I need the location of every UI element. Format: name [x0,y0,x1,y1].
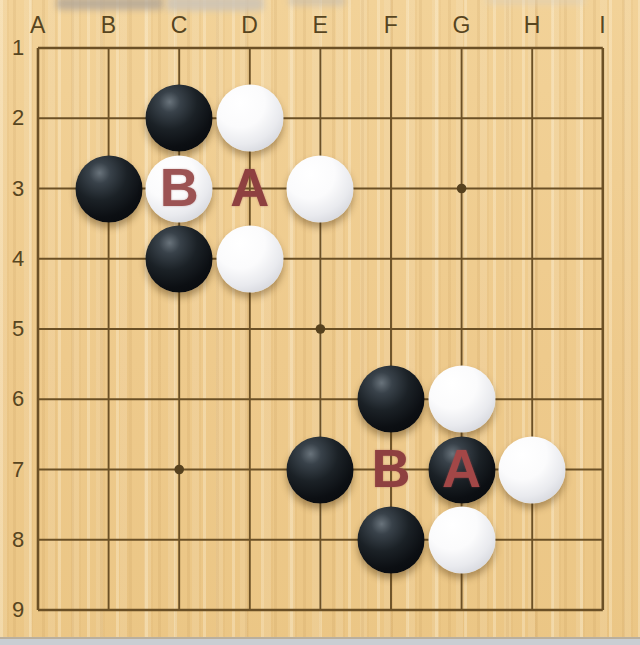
intersection-G3[interactable] [426,153,497,223]
intersection-D1[interactable] [214,13,285,83]
black-stone-F8 [357,506,424,573]
intersection-H2[interactable] [497,83,568,153]
move-label-A-G7: A [442,440,481,494]
intersection-C9[interactable] [144,575,215,645]
intersection-I2[interactable] [567,83,638,153]
intersection-I1[interactable] [567,13,638,83]
intersection-C6[interactable] [144,364,215,434]
intersection-A2[interactable] [3,83,74,153]
intersection-E1[interactable] [285,13,356,83]
intersection-A6[interactable] [3,364,74,434]
intersection-H1[interactable] [497,13,568,83]
intersection-B6[interactable] [73,364,144,434]
black-stone-E7 [287,436,354,503]
intersection-E3[interactable] [285,153,356,223]
intersection-E4[interactable] [285,224,356,294]
intersection-I7[interactable] [567,434,638,504]
intersection-H3[interactable] [497,153,568,223]
intersection-D6[interactable] [214,364,285,434]
intersection-F7[interactable]: B [356,434,427,504]
intersection-E7[interactable] [285,434,356,504]
intersection-B8[interactable] [73,505,144,575]
intersection-A8[interactable] [3,505,74,575]
intersection-D5[interactable] [214,294,285,364]
intersection-D4[interactable] [214,224,285,294]
intersection-F5[interactable] [356,294,427,364]
intersection-B1[interactable] [73,13,144,83]
intersection-I5[interactable] [567,294,638,364]
intersection-A9[interactable] [3,575,74,645]
intersection-F9[interactable] [356,575,427,645]
move-label-B-C3: B [160,159,199,213]
intersection-A4[interactable] [3,224,74,294]
intersection-G9[interactable] [426,575,497,645]
intersection-E8[interactable] [285,505,356,575]
intersection-D7[interactable] [214,434,285,504]
white-stone-D4 [216,225,283,292]
intersection-H7[interactable] [497,434,568,504]
intersection-A1[interactable] [3,13,74,83]
board-intersections: BABA [3,13,638,645]
white-stone-H7 [499,436,566,503]
intersection-B3[interactable] [73,153,144,223]
intersection-E2[interactable] [285,83,356,153]
intersection-B9[interactable] [73,575,144,645]
intersection-C7[interactable] [144,434,215,504]
intersection-A3[interactable] [3,153,74,223]
intersection-C8[interactable] [144,505,215,575]
intersection-C3[interactable]: B [144,153,215,223]
intersection-I9[interactable] [567,575,638,645]
intersection-B7[interactable] [73,434,144,504]
intersection-F4[interactable] [356,224,427,294]
intersection-G6[interactable] [426,364,497,434]
move-label-A-D3: A [230,159,269,213]
intersection-C5[interactable] [144,294,215,364]
white-stone-E3 [287,155,354,222]
intersection-H4[interactable] [497,224,568,294]
intersection-D9[interactable] [214,575,285,645]
intersection-D2[interactable] [214,83,285,153]
intersection-I4[interactable] [567,224,638,294]
black-stone-C4 [146,225,213,292]
intersection-G5[interactable] [426,294,497,364]
intersection-I3[interactable] [567,153,638,223]
intersection-H8[interactable] [497,505,568,575]
intersection-G8[interactable] [426,505,497,575]
intersection-B2[interactable] [73,83,144,153]
intersection-G1[interactable] [426,13,497,83]
intersection-B5[interactable] [73,294,144,364]
intersection-C1[interactable] [144,13,215,83]
intersection-H5[interactable] [497,294,568,364]
black-stone-C2 [146,85,213,152]
intersection-G4[interactable] [426,224,497,294]
move-label-B-F7: B [371,440,410,494]
intersection-H9[interactable] [497,575,568,645]
intersection-A5[interactable] [3,294,74,364]
intersection-E9[interactable] [285,575,356,645]
go-game-screen: ABCDEFGHI 123456789 BABA [0,0,640,645]
intersection-F1[interactable] [356,13,427,83]
intersection-I6[interactable] [567,364,638,434]
intersection-I8[interactable] [567,505,638,575]
intersection-F6[interactable] [356,364,427,434]
intersection-E5[interactable] [285,294,356,364]
intersection-C2[interactable] [144,83,215,153]
white-stone-G8 [428,506,495,573]
bottom-edge-strip [0,637,640,645]
white-stone-D2 [216,85,283,152]
black-stone-B3 [75,155,142,222]
intersection-A7[interactable] [3,434,74,504]
intersection-B4[interactable] [73,224,144,294]
intersection-C4[interactable] [144,224,215,294]
intersection-H6[interactable] [497,364,568,434]
intersection-F3[interactable] [356,153,427,223]
intersection-G7[interactable]: A [426,434,497,504]
intersection-E6[interactable] [285,364,356,434]
intersection-F8[interactable] [356,505,427,575]
go-board: ABCDEFGHI 123456789 BABA [0,0,640,645]
intersection-F2[interactable] [356,83,427,153]
intersection-G2[interactable] [426,83,497,153]
white-stone-G6 [428,366,495,433]
black-stone-F6 [357,366,424,433]
intersection-D8[interactable] [214,505,285,575]
intersection-D3[interactable]: A [214,153,285,223]
